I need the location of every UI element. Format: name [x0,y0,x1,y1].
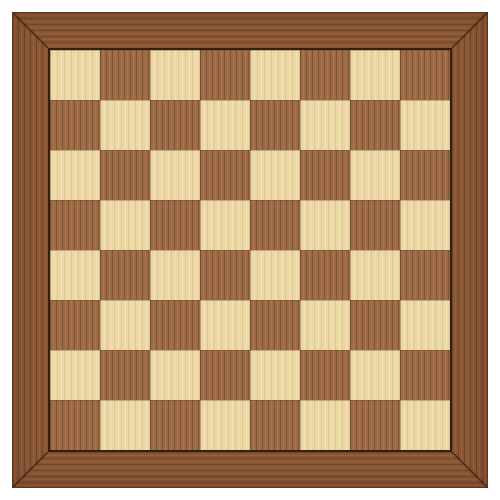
square-d5 [200,200,250,250]
square-d8 [200,50,250,100]
square-e2 [250,350,300,400]
square-b4 [100,250,150,300]
chess-board-frame [12,12,488,488]
square-h3 [400,300,450,350]
square-g2 [350,350,400,400]
frame-miter-joint-bottom-left [12,452,48,488]
square-e4 [250,250,300,300]
product-photo-background [0,0,500,500]
square-b8 [100,50,150,100]
square-c2 [150,350,200,400]
square-g8 [350,50,400,100]
square-f8 [300,50,350,100]
square-e5 [250,200,300,250]
square-c4 [150,250,200,300]
square-c3 [150,300,200,350]
square-c8 [150,50,200,100]
square-g5 [350,200,400,250]
square-a7 [50,100,100,150]
square-c7 [150,100,200,150]
square-g6 [350,150,400,200]
square-e7 [250,100,300,150]
square-a5 [50,200,100,250]
square-b3 [100,300,150,350]
square-d4 [200,250,250,300]
frame-miter-joint-top-left [12,12,48,48]
frame-miter-joint-bottom-right [452,452,488,488]
frame-miter-joint-top-right [452,12,488,48]
square-h1 [400,400,450,450]
square-f6 [300,150,350,200]
square-e6 [250,150,300,200]
square-c1 [150,400,200,450]
square-g1 [350,400,400,450]
square-e8 [250,50,300,100]
square-f4 [300,250,350,300]
square-h4 [400,250,450,300]
playing-field [48,48,452,452]
square-e3 [250,300,300,350]
square-d7 [200,100,250,150]
square-f7 [300,100,350,150]
square-a4 [50,250,100,300]
square-b1 [100,400,150,450]
frame-rail-bottom [12,452,488,488]
frame-rail-top [12,12,488,48]
square-d2 [200,350,250,400]
square-d1 [200,400,250,450]
square-f1 [300,400,350,450]
square-c6 [150,150,200,200]
square-b5 [100,200,150,250]
square-e1 [250,400,300,450]
frame-rail-left [12,12,48,488]
square-h5 [400,200,450,250]
square-f2 [300,350,350,400]
square-f5 [300,200,350,250]
square-g7 [350,100,400,150]
square-b6 [100,150,150,200]
square-g4 [350,250,400,300]
square-c5 [150,200,200,250]
square-f3 [300,300,350,350]
chess-board [50,50,450,450]
square-b2 [100,350,150,400]
square-a6 [50,150,100,200]
square-a3 [50,300,100,350]
square-h7 [400,100,450,150]
square-d3 [200,300,250,350]
square-a2 [50,350,100,400]
square-h6 [400,150,450,200]
square-a1 [50,400,100,450]
square-d6 [200,150,250,200]
square-g3 [350,300,400,350]
square-b7 [100,100,150,150]
square-a8 [50,50,100,100]
square-h8 [400,50,450,100]
square-h2 [400,350,450,400]
frame-rail-right [452,12,488,488]
